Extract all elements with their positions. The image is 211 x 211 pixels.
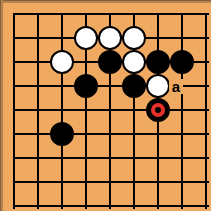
board-edge-left bbox=[0, 0, 3, 211]
black-stone bbox=[146, 98, 170, 122]
go-board-diagram: a bbox=[0, 0, 211, 211]
black-stone bbox=[122, 74, 146, 98]
circle-marker-icon bbox=[151, 103, 165, 117]
black-stone bbox=[74, 74, 98, 98]
white-stone bbox=[98, 26, 122, 50]
white-stone bbox=[122, 50, 146, 74]
black-stone bbox=[98, 50, 122, 74]
white-stone bbox=[50, 50, 74, 74]
white-stone bbox=[146, 74, 170, 98]
white-stone bbox=[122, 26, 146, 50]
point-label-a: a bbox=[169, 79, 183, 94]
white-stone bbox=[74, 26, 98, 50]
board-edge-top bbox=[0, 0, 211, 3]
black-stone bbox=[146, 50, 170, 74]
black-stone bbox=[170, 50, 194, 74]
black-stone bbox=[50, 122, 74, 146]
goban-grid: a bbox=[2, 2, 211, 211]
